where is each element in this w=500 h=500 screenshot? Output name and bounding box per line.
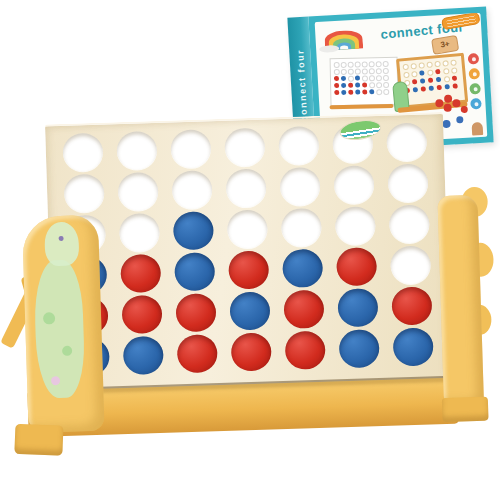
mini-empty-dot	[402, 64, 409, 71]
red-disc	[336, 247, 377, 286]
mini-empty-dot	[348, 62, 354, 68]
mini-empty-dot	[443, 68, 450, 75]
red-disc	[175, 293, 216, 332]
stand-body	[437, 195, 484, 406]
board-grid	[55, 120, 441, 378]
mini-blue-dot	[369, 89, 374, 94]
empty-hole	[387, 163, 428, 202]
mini-empty-dot	[376, 75, 382, 81]
mini-red-dot	[428, 78, 433, 83]
mini-blue-dot	[341, 76, 346, 81]
mini-empty-dot	[369, 82, 375, 88]
right-stand	[433, 184, 499, 426]
cloud-icon	[319, 45, 339, 53]
empty-hole	[62, 132, 103, 171]
mini-empty-dot	[411, 71, 418, 78]
color-board-grid	[401, 58, 464, 95]
blue-disc	[393, 327, 434, 366]
empty-hole	[119, 212, 160, 251]
empty-hole	[172, 170, 213, 209]
stand-foot	[442, 397, 489, 422]
mini-empty-dot	[434, 61, 441, 68]
mini-red-dot	[362, 89, 367, 94]
mini-blue-dot	[341, 90, 346, 95]
mini-empty-dot	[376, 82, 382, 88]
mini-empty-dot	[334, 62, 340, 68]
blue-disc	[173, 211, 214, 250]
mini-empty-dot	[376, 89, 382, 95]
blue-disc	[339, 329, 380, 368]
mini-empty-dot	[442, 60, 449, 67]
mini-empty-dot	[383, 75, 389, 81]
mini-empty-dot	[376, 61, 382, 67]
mini-empty-dot	[403, 72, 410, 79]
empty-hole	[279, 166, 320, 205]
age-bubble: 3+	[431, 35, 459, 55]
red-disc	[121, 294, 162, 333]
mini-blue-dot	[355, 83, 360, 88]
mini-empty-dot	[355, 62, 361, 68]
mini-empty-dot	[383, 89, 389, 95]
mini-blue-dot	[436, 77, 441, 82]
mini-empty-dot	[444, 76, 451, 83]
mini-blue-dot	[445, 84, 450, 89]
mini-empty-dot	[383, 68, 389, 74]
mini-red-dot	[334, 76, 339, 81]
mini-red-dot	[452, 83, 457, 88]
red-disc	[228, 250, 269, 289]
empty-hole	[389, 204, 430, 243]
mini-red-dot	[334, 90, 339, 95]
empty-hole	[333, 165, 374, 204]
mini-empty-dot	[348, 69, 354, 75]
blue-disc	[337, 288, 378, 327]
red-disc	[120, 253, 161, 292]
red-disc	[283, 289, 324, 328]
mini-empty-dot	[376, 68, 382, 74]
mini-red-dot	[412, 79, 417, 84]
empty-hole	[226, 168, 267, 207]
mini-empty-dot	[355, 69, 361, 75]
mini-blue-dot	[355, 76, 360, 81]
mini-empty-dot	[334, 69, 340, 75]
orange-circle-icon	[468, 68, 480, 80]
empty-hole	[227, 209, 268, 248]
mini-empty-dot	[451, 67, 458, 74]
mini-empty-dot	[450, 59, 457, 66]
red-disc	[177, 334, 218, 373]
mini-empty-dot	[369, 75, 375, 81]
mini-blue-dot	[355, 90, 360, 95]
mini-empty-dot	[418, 62, 425, 69]
mini-empty-dot	[362, 61, 368, 67]
empty-hole	[281, 207, 322, 246]
mini-red-dot	[334, 83, 339, 88]
mini-red-dot	[362, 82, 367, 87]
mini-empty-dot	[341, 62, 347, 68]
mini-empty-dot	[426, 62, 433, 69]
red-disc	[285, 330, 326, 369]
mini-empty-dot	[369, 68, 375, 74]
mini-empty-dot	[383, 61, 389, 67]
mini-empty-dot	[348, 76, 354, 82]
product-photo: connect four connect four 3+	[0, 0, 500, 500]
empty-hole	[278, 125, 319, 164]
blue-disc	[282, 248, 323, 287]
mini-empty-dot	[410, 63, 417, 70]
empty-hole	[170, 129, 211, 168]
mini-blue-dot	[419, 70, 424, 75]
empty-hole	[118, 171, 159, 210]
red-disc	[231, 332, 272, 371]
left-stand-dino	[6, 215, 114, 468]
mini-red-dot	[421, 86, 426, 91]
red-disc	[391, 286, 432, 325]
dino-foot	[14, 424, 63, 456]
empty-hole	[224, 127, 265, 166]
empty-hole	[64, 173, 105, 212]
empty-hole	[116, 130, 157, 169]
mini-red-dot	[435, 69, 440, 74]
empty-hole	[390, 245, 431, 284]
dino-eye-icon	[59, 236, 64, 241]
mini-empty-dot	[362, 75, 368, 81]
mini-blue-dot	[413, 87, 418, 92]
mini-empty-dot	[362, 68, 368, 74]
blue-disc	[174, 252, 215, 291]
mini-red-dot	[437, 85, 442, 90]
blue-disc	[229, 291, 270, 330]
mini-red-dot	[348, 90, 353, 95]
sketch-board-grid	[333, 60, 396, 96]
connect-four-game	[2, 92, 499, 467]
dino-head	[44, 221, 79, 266]
mini-empty-dot	[369, 61, 375, 67]
mini-blue-dot	[420, 78, 425, 83]
red-circle-icon	[468, 53, 480, 65]
mini-empty-dot	[427, 70, 434, 77]
mini-red-dot	[348, 83, 353, 88]
mini-empty-dot	[341, 69, 347, 75]
mini-blue-dot	[429, 86, 434, 91]
empty-hole	[386, 122, 427, 161]
empty-hole	[335, 206, 376, 245]
mini-red-dot	[452, 75, 457, 80]
blue-disc	[123, 335, 164, 374]
mini-empty-dot	[383, 82, 389, 88]
mini-blue-dot	[341, 83, 346, 88]
